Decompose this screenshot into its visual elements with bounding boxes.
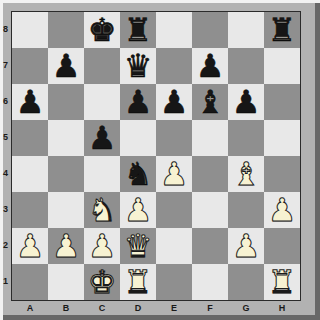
- chess-diagram: ♚♜♜♟♛♟♟♟♟♝♟♟♞♟♝♞♟♟♟♟♟♛♟♚♜♜ 87654321ABCDE…: [0, 0, 320, 320]
- rank-label-5: 5: [1, 119, 10, 155]
- square-a8[interactable]: [12, 12, 48, 48]
- square-e1[interactable]: [156, 264, 192, 300]
- file-label-e: E: [156, 302, 192, 315]
- rank-label-2: 2: [1, 227, 10, 263]
- piece-white-pawn[interactable]: ♟: [160, 156, 189, 192]
- square-g7[interactable]: [228, 48, 264, 84]
- rank-label-4: 4: [1, 155, 10, 191]
- piece-white-knight[interactable]: ♞: [88, 192, 117, 228]
- square-g6[interactable]: ♟: [228, 84, 264, 120]
- square-e3[interactable]: [156, 192, 192, 228]
- rank-label-6: 6: [1, 83, 10, 119]
- square-c6[interactable]: [84, 84, 120, 120]
- square-b3[interactable]: [48, 192, 84, 228]
- square-d6[interactable]: ♟: [120, 84, 156, 120]
- square-b1[interactable]: [48, 264, 84, 300]
- piece-black-pawn[interactable]: ♟: [232, 84, 261, 120]
- square-h6[interactable]: [264, 84, 300, 120]
- square-g5[interactable]: [228, 120, 264, 156]
- square-b2[interactable]: ♟: [48, 228, 84, 264]
- square-c3[interactable]: ♞: [84, 192, 120, 228]
- square-e5[interactable]: [156, 120, 192, 156]
- square-h4[interactable]: [264, 156, 300, 192]
- square-f5[interactable]: [192, 120, 228, 156]
- square-a3[interactable]: [12, 192, 48, 228]
- piece-white-pawn[interactable]: ♟: [52, 228, 81, 264]
- square-d3[interactable]: ♟: [120, 192, 156, 228]
- piece-white-pawn[interactable]: ♟: [232, 228, 261, 264]
- piece-white-pawn[interactable]: ♟: [16, 228, 45, 264]
- file-label-c: C: [84, 302, 120, 315]
- square-b4[interactable]: [48, 156, 84, 192]
- square-f7[interactable]: ♟: [192, 48, 228, 84]
- square-d2[interactable]: ♛: [120, 228, 156, 264]
- square-a4[interactable]: [12, 156, 48, 192]
- square-g8[interactable]: [228, 12, 264, 48]
- piece-white-pawn[interactable]: ♟: [268, 192, 297, 228]
- square-g3[interactable]: [228, 192, 264, 228]
- square-b8[interactable]: [48, 12, 84, 48]
- piece-black-pawn[interactable]: ♟: [196, 48, 225, 84]
- square-g4[interactable]: ♝: [228, 156, 264, 192]
- square-e2[interactable]: [156, 228, 192, 264]
- file-label-a: A: [12, 302, 48, 315]
- piece-black-knight[interactable]: ♞: [124, 156, 153, 192]
- square-a7[interactable]: [12, 48, 48, 84]
- piece-black-rook[interactable]: ♜: [268, 12, 297, 48]
- rank-label-3: 3: [1, 191, 10, 227]
- piece-white-queen[interactable]: ♛: [124, 228, 153, 264]
- square-d5[interactable]: [120, 120, 156, 156]
- rank-label-1: 1: [1, 263, 10, 299]
- piece-black-pawn[interactable]: ♟: [16, 84, 45, 120]
- square-h3[interactable]: ♟: [264, 192, 300, 228]
- square-g1[interactable]: [228, 264, 264, 300]
- file-label-f: F: [192, 302, 228, 315]
- piece-black-king[interactable]: ♚: [88, 12, 117, 48]
- piece-black-pawn[interactable]: ♟: [52, 48, 81, 84]
- square-h2[interactable]: [264, 228, 300, 264]
- square-h8[interactable]: ♜: [264, 12, 300, 48]
- square-b6[interactable]: [48, 84, 84, 120]
- square-c4[interactable]: [84, 156, 120, 192]
- square-f6[interactable]: ♝: [192, 84, 228, 120]
- piece-white-rook[interactable]: ♜: [268, 264, 297, 300]
- square-d4[interactable]: ♞: [120, 156, 156, 192]
- square-f3[interactable]: [192, 192, 228, 228]
- square-c1[interactable]: ♚: [84, 264, 120, 300]
- piece-black-pawn[interactable]: ♟: [124, 84, 153, 120]
- square-b7[interactable]: ♟: [48, 48, 84, 84]
- square-f1[interactable]: [192, 264, 228, 300]
- square-h5[interactable]: [264, 120, 300, 156]
- file-label-h: H: [264, 302, 300, 315]
- piece-black-queen[interactable]: ♛: [124, 48, 153, 84]
- square-c2[interactable]: ♟: [84, 228, 120, 264]
- file-label-g: G: [228, 302, 264, 315]
- piece-black-pawn[interactable]: ♟: [88, 120, 117, 156]
- file-label-d: D: [120, 302, 156, 315]
- square-d7[interactable]: ♛: [120, 48, 156, 84]
- square-e6[interactable]: ♟: [156, 84, 192, 120]
- square-f8[interactable]: [192, 12, 228, 48]
- square-b5[interactable]: [48, 120, 84, 156]
- square-e4[interactable]: ♟: [156, 156, 192, 192]
- square-c7[interactable]: [84, 48, 120, 84]
- chess-board: ♚♜♜♟♛♟♟♟♟♝♟♟♞♟♝♞♟♟♟♟♟♛♟♚♜♜: [11, 11, 301, 301]
- square-g2[interactable]: ♟: [228, 228, 264, 264]
- file-label-b: B: [48, 302, 84, 315]
- piece-white-bishop[interactable]: ♝: [232, 156, 261, 192]
- piece-white-king[interactable]: ♚: [88, 264, 117, 300]
- square-c5[interactable]: ♟: [84, 120, 120, 156]
- square-a5[interactable]: [12, 120, 48, 156]
- square-f2[interactable]: [192, 228, 228, 264]
- piece-black-pawn[interactable]: ♟: [160, 84, 189, 120]
- square-h7[interactable]: [264, 48, 300, 84]
- square-h1[interactable]: ♜: [264, 264, 300, 300]
- piece-white-pawn[interactable]: ♟: [88, 228, 117, 264]
- piece-black-rook[interactable]: ♜: [124, 12, 153, 48]
- square-a1[interactable]: [12, 264, 48, 300]
- square-a6[interactable]: ♟: [12, 84, 48, 120]
- rank-label-7: 7: [1, 47, 10, 83]
- square-d8[interactable]: ♜: [120, 12, 156, 48]
- square-e8[interactable]: [156, 12, 192, 48]
- square-e7[interactable]: [156, 48, 192, 84]
- square-c8[interactable]: ♚: [84, 12, 120, 48]
- piece-black-bishop[interactable]: ♝: [196, 84, 225, 120]
- piece-white-rook[interactable]: ♜: [124, 264, 153, 300]
- square-a2[interactable]: ♟: [12, 228, 48, 264]
- square-d1[interactable]: ♜: [120, 264, 156, 300]
- square-f4[interactable]: [192, 156, 228, 192]
- piece-white-pawn[interactable]: ♟: [124, 192, 153, 228]
- rank-label-8: 8: [1, 11, 10, 47]
